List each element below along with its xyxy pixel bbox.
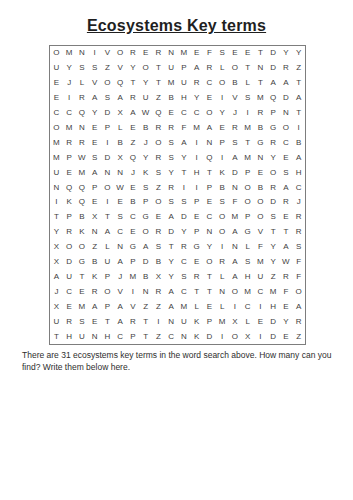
grid-cell: X [88, 210, 101, 225]
grid-cell: M [241, 120, 254, 135]
grid-cell: O [254, 195, 267, 210]
grid-cell: A [292, 91, 305, 106]
grid-cell: S [76, 61, 89, 76]
grid-cell: T [101, 314, 114, 329]
grid-cell: C [178, 284, 191, 299]
grid-cell: D [139, 255, 152, 270]
grid-cell: O [241, 195, 254, 210]
grid-cell: A [280, 240, 293, 255]
grid-cell: C [203, 76, 216, 91]
grid-cell: E [88, 195, 101, 210]
grid-cell: W [76, 150, 89, 165]
grid-cell: T [203, 284, 216, 299]
grid-cell: R [203, 61, 216, 76]
grid-cell: S [165, 195, 178, 210]
grid-cell: D [178, 210, 191, 225]
grid-cell: B [127, 195, 140, 210]
grid-cell: R [280, 61, 293, 76]
grid-cell: R [254, 106, 267, 121]
grid-cell: V [127, 299, 140, 314]
grid-cell: O [114, 46, 127, 61]
grid-cell: P [216, 135, 229, 150]
grid-cell: S [178, 269, 191, 284]
grid-cell: Y [127, 61, 140, 76]
grid-cell: R [178, 240, 191, 255]
grid-cell: T [139, 314, 152, 329]
grid-cell: A [165, 210, 178, 225]
grid-cell: T [203, 165, 216, 180]
grid-cell: Q [76, 195, 89, 210]
instructions-text: There are 31 ecosystems key terms in the… [22, 349, 341, 374]
grid-cell: E [127, 120, 140, 135]
grid-cell: E [216, 120, 229, 135]
grid-cell: E [254, 314, 267, 329]
grid-cell: N [114, 165, 127, 180]
grid-cell: N [254, 61, 267, 76]
grid-cell: Q [63, 180, 76, 195]
grid-cell: A [88, 165, 101, 180]
grid-cell: P [178, 61, 191, 76]
grid-cell: R [229, 120, 242, 135]
grid-cell: D [229, 165, 242, 180]
grid-cell: C [190, 106, 203, 121]
grid-cell: D [267, 314, 280, 329]
grid-cell: X [152, 269, 165, 284]
grid-cell: Y [139, 150, 152, 165]
grid-cell: Y [267, 240, 280, 255]
grid-cell: H [178, 91, 191, 106]
grid-cell: N [254, 150, 267, 165]
grid-cell: A [267, 76, 280, 91]
grid-cell: A [88, 299, 101, 314]
grid-cell: R [127, 314, 140, 329]
grid-cell: Y [139, 76, 152, 91]
grid-cell: T [254, 76, 267, 91]
grid-cell: R [280, 269, 293, 284]
grid-cell: N [114, 240, 127, 255]
grid-cell: S [178, 195, 191, 210]
grid-cell: L [76, 76, 89, 91]
grid-cell: A [229, 225, 242, 240]
grid-cell: A [292, 150, 305, 165]
grid-cell: F [254, 240, 267, 255]
grid-cell: S [152, 240, 165, 255]
grid-cell: C [114, 225, 127, 240]
grid-cell: D [267, 46, 280, 61]
grid-cell: O [280, 120, 293, 135]
grid-cell: G [241, 225, 254, 240]
grid-cell: X [114, 150, 127, 165]
grid-cell: N [165, 46, 178, 61]
grid-cell: M [229, 210, 242, 225]
grid-cell: T [267, 225, 280, 240]
grid-cell: O [101, 76, 114, 91]
grid-cell: S [292, 240, 305, 255]
grid-cell: K [190, 314, 203, 329]
grid-cell: A [114, 255, 127, 270]
grid-cell: M [241, 150, 254, 165]
grid-cell: T [292, 76, 305, 91]
grid-cell: Y [280, 314, 293, 329]
grid-cell: I [101, 135, 114, 150]
grid-cell: E [203, 299, 216, 314]
grid-cell: O [152, 135, 165, 150]
grid-cell: R [216, 255, 229, 270]
grid-cell: O [241, 180, 254, 195]
grid-cell: M [216, 314, 229, 329]
grid-cell: C [165, 329, 178, 344]
grid-cell: B [139, 120, 152, 135]
grid-cell: B [114, 135, 127, 150]
grid-cell: E [165, 106, 178, 121]
grid-cell: N [229, 240, 242, 255]
grid-cell: R [152, 46, 165, 61]
grid-cell: C [292, 180, 305, 195]
grid-cell: A [203, 120, 216, 135]
grid-cell: R [280, 195, 293, 210]
grid-cell: X [241, 329, 254, 344]
grid-cell: M [76, 299, 89, 314]
grid-cell: D [280, 91, 293, 106]
grid-cell: R [165, 180, 178, 195]
grid-cell: B [254, 180, 267, 195]
grid-cell: I [190, 150, 203, 165]
grid-cell: E [190, 255, 203, 270]
grid-cell: D [101, 106, 114, 121]
grid-cell: M [254, 255, 267, 270]
grid-cell: H [241, 269, 254, 284]
grid-cell: O [203, 106, 216, 121]
grid-cell: Z [267, 269, 280, 284]
grid-cell: C [63, 284, 76, 299]
grid-cell: F [280, 284, 293, 299]
grid-cell: O [139, 61, 152, 76]
grid-cell: M [127, 269, 140, 284]
grid-cell: R [152, 120, 165, 135]
grid-cell: T [254, 46, 267, 61]
grid-cell: B [152, 255, 165, 270]
grid-cell: J [292, 195, 305, 210]
grid-cell: P [267, 106, 280, 121]
grid-cell: P [63, 210, 76, 225]
grid-cell: U [50, 61, 63, 76]
grid-cell: F [178, 120, 191, 135]
grid-cell: S [139, 180, 152, 195]
grid-cell: C [280, 135, 293, 150]
grid-cell: W [139, 106, 152, 121]
grid-cell: M [50, 135, 63, 150]
grid-cell: E [190, 46, 203, 61]
grid-cell: J [139, 135, 152, 150]
grid-cell: S [88, 150, 101, 165]
grid-cell: L [241, 76, 254, 91]
grid-cell: G [190, 240, 203, 255]
grid-cell: H [190, 165, 203, 180]
grid-cell: Z [101, 61, 114, 76]
grid-cell: V [254, 225, 267, 240]
grid-cell: I [50, 195, 63, 210]
grid-cell: B [254, 120, 267, 135]
grid-cell: E [63, 165, 76, 180]
grid-cell: L [241, 240, 254, 255]
grid-cell: G [267, 120, 280, 135]
grid-cell: R [267, 135, 280, 150]
grid-cell: A [139, 240, 152, 255]
grid-cell: C [203, 210, 216, 225]
grid-cell: A [165, 299, 178, 314]
grid-cell: E [152, 210, 165, 225]
grid-cell: Y [216, 106, 229, 121]
grid-cell: S [216, 46, 229, 61]
grid-cell: T [152, 76, 165, 91]
grid-cell: A [229, 255, 242, 270]
grid-cell: S [216, 195, 229, 210]
grid-cell: P [88, 180, 101, 195]
grid-cell: N [216, 284, 229, 299]
grid-cell: I [101, 195, 114, 210]
grid-cell: S [88, 61, 101, 76]
grid-cell: S [165, 150, 178, 165]
grid-cell: J [114, 269, 127, 284]
grid-cell: A [280, 180, 293, 195]
grid-cell: W [280, 255, 293, 270]
grid-cell: U [254, 269, 267, 284]
grid-cell: R [63, 225, 76, 240]
grid-cell: E [203, 195, 216, 210]
grid-cell: Z [152, 329, 165, 344]
grid-cell: C [178, 255, 191, 270]
grid-cell: R [63, 314, 76, 329]
grid-cell: I [152, 314, 165, 329]
grid-cell: S [152, 165, 165, 180]
grid-cell: E [88, 314, 101, 329]
grid-cell: Y [292, 46, 305, 61]
grid-cell: E [241, 46, 254, 61]
grid-cell: Y [267, 150, 280, 165]
grid-cell: O [50, 46, 63, 61]
grid-cell: R [267, 180, 280, 195]
grid-cell: Z [152, 91, 165, 106]
grid-cell: P [190, 195, 203, 210]
grid-cell: R [76, 91, 89, 106]
grid-cell: C [50, 106, 63, 121]
grid-cell: Y [165, 269, 178, 284]
grid-cell: I [216, 150, 229, 165]
grid-cell: S [165, 135, 178, 150]
grid-cell: D [101, 150, 114, 165]
grid-cell: A [88, 91, 101, 106]
grid-cell: O [63, 240, 76, 255]
grid-cell: E [63, 299, 76, 314]
grid-cell: E [280, 150, 293, 165]
grid-cell: R [152, 225, 165, 240]
grid-cell: V [114, 61, 127, 76]
grid-cell: X [50, 240, 63, 255]
grid-cell: P [101, 269, 114, 284]
grid-cell: O [76, 240, 89, 255]
grid-cell: U [63, 269, 76, 284]
grid-cell: A [280, 76, 293, 91]
grid-cell: B [229, 76, 242, 91]
grid-cell: N [88, 329, 101, 344]
grid-cell: M [190, 120, 203, 135]
grid-cell: E [280, 210, 293, 225]
grid-cell: E [88, 120, 101, 135]
grid-cell: A [165, 284, 178, 299]
word-search-grid: OMNIVORERNMEFSEETDYYUYSSZVYOTUPARLOTNDRZ… [49, 45, 306, 345]
grid-cell: K [63, 195, 76, 210]
grid-cell: R [292, 210, 305, 225]
grid-cell: Y [280, 46, 293, 61]
grid-cell: K [216, 165, 229, 180]
grid-cell: A [229, 269, 242, 284]
grid-cell: V [101, 46, 114, 61]
grid-cell: T [292, 106, 305, 121]
grid-cell: D [165, 225, 178, 240]
grid-cell: P [101, 120, 114, 135]
grid-cell: Z [292, 61, 305, 76]
grid-cell: N [88, 225, 101, 240]
grid-cell: S [280, 165, 293, 180]
grid-cell: W [114, 180, 127, 195]
grid-cell: N [178, 329, 191, 344]
grid-cell: C [63, 106, 76, 121]
grid-cell: A [229, 150, 242, 165]
grid-cell: X [114, 106, 127, 121]
grid-cell: C [241, 299, 254, 314]
grid-cell: E [50, 91, 63, 106]
grid-cell: T [76, 269, 89, 284]
grid-cell: R [63, 135, 76, 150]
grid-cell: M [165, 76, 178, 91]
grid-cell: Q [203, 150, 216, 165]
grid-cell: L [190, 299, 203, 314]
grid-cell: Z [127, 135, 140, 150]
grid-cell: P [241, 165, 254, 180]
grid-cell: X [50, 299, 63, 314]
grid-cell: A [101, 225, 114, 240]
grid-cell: I [216, 91, 229, 106]
grid-cell: N [229, 180, 242, 195]
grid-cell: O [139, 225, 152, 240]
grid-cell: J [50, 284, 63, 299]
grid-cell: Q [76, 106, 89, 121]
grid-cell: D [267, 61, 280, 76]
grid-cell: Y [165, 165, 178, 180]
grid-cell: Q [76, 180, 89, 195]
grid-cell: U [50, 165, 63, 180]
grid-cell: V [114, 284, 127, 299]
grid-cell: T [139, 329, 152, 344]
grid-cell: I [229, 299, 242, 314]
grid-cell: T [165, 240, 178, 255]
grid-cell: M [267, 284, 280, 299]
grid-cell: O [229, 61, 242, 76]
grid-cell: O [254, 210, 267, 225]
grid-cell: A [190, 61, 203, 76]
grid-cell: A [292, 299, 305, 314]
grid-cell: M [178, 299, 191, 314]
grid-cell: Z [292, 329, 305, 344]
grid-cell: J [229, 106, 242, 121]
grid-cell: I [190, 180, 203, 195]
grid-cell: V [229, 91, 242, 106]
grid-cell: I [63, 91, 76, 106]
grid-cell: E [254, 165, 267, 180]
grid-cell: L [216, 269, 229, 284]
grid-cell: C [178, 106, 191, 121]
grid-cell: P [241, 210, 254, 225]
grid-cell: T [241, 135, 254, 150]
grid-cell: N [76, 46, 89, 61]
grid-cell: Y [63, 61, 76, 76]
grid-cell: U [139, 91, 152, 106]
grid-cell: O [292, 284, 305, 299]
grid-cell: L [101, 240, 114, 255]
grid-cell: S [229, 135, 242, 150]
grid-cell: A [178, 135, 191, 150]
grid-cell: R [88, 284, 101, 299]
grid-cell: B [216, 180, 229, 195]
grid-cell: C [254, 284, 267, 299]
grid-cell: Y [267, 255, 280, 270]
grid-cell: C [114, 329, 127, 344]
grid-cell: R [165, 120, 178, 135]
grid-cell: D [63, 255, 76, 270]
grid-cell: M [76, 165, 89, 180]
grid-cell: I [241, 106, 254, 121]
grid-cell: Z [139, 299, 152, 314]
grid-cell: L [241, 314, 254, 329]
grid-cell: Z [152, 299, 165, 314]
grid-cell: R [127, 46, 140, 61]
grid-cell: Z [152, 180, 165, 195]
grid-cell: B [76, 210, 89, 225]
grid-cell: P [203, 314, 216, 329]
grid-cell: Q [152, 106, 165, 121]
grid-cell: O [50, 120, 63, 135]
grid-cell: P [101, 299, 114, 314]
grid-cell: O [203, 255, 216, 270]
grid-cell: Y [88, 106, 101, 121]
grid-cell: N [203, 135, 216, 150]
grid-cell: U [101, 255, 114, 270]
grid-cell: U [76, 329, 89, 344]
grid-cell: D [267, 195, 280, 210]
grid-cell: E [280, 299, 293, 314]
grid-cell: Q [127, 150, 140, 165]
grid-cell: H [63, 329, 76, 344]
grid-cell: I [216, 240, 229, 255]
grid-cell: R [292, 225, 305, 240]
grid-cell: I [127, 284, 140, 299]
grid-cell: I [292, 120, 305, 135]
grid-cell: N [76, 120, 89, 135]
grid-cell: S [241, 91, 254, 106]
grid-cell: E [229, 46, 242, 61]
grid-cell: Y [190, 91, 203, 106]
grid-cell: O [229, 284, 242, 299]
grid-cell: T [178, 165, 191, 180]
grid-cell: B [139, 269, 152, 284]
grid-cell: B [292, 135, 305, 150]
grid-cell: E [50, 76, 63, 91]
grid-cell: T [101, 210, 114, 225]
grid-cell: S [101, 91, 114, 106]
grid-cell: Y [203, 240, 216, 255]
grid-cell: N [50, 180, 63, 195]
grid-cell: U [178, 76, 191, 91]
